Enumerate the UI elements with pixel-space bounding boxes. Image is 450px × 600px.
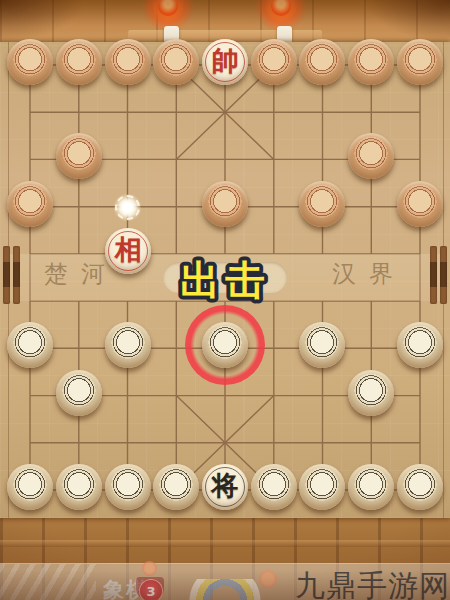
coin-icon — [259, 570, 277, 588]
piece-hidden-black-highlighted[interactable] — [202, 322, 248, 368]
piece-hidden-red[interactable] — [348, 133, 394, 179]
piece-hidden-black[interactable] — [105, 464, 151, 510]
piece-black-general[interactable]: 将 — [202, 464, 248, 510]
rainbow-emblem-icon — [183, 579, 267, 600]
piece-hidden-red[interactable] — [56, 133, 102, 179]
piece-glyph: 帥 — [202, 38, 248, 84]
piece-hidden-red[interactable] — [56, 39, 102, 85]
piece-hidden-red[interactable] — [153, 39, 199, 85]
piece-hidden-red[interactable] — [348, 39, 394, 85]
piece-hidden-red[interactable] — [299, 39, 345, 85]
piece-hidden-black[interactable] — [105, 322, 151, 368]
piece-glyph: 将 — [202, 463, 248, 509]
banner-text: 出击 — [180, 257, 270, 303]
piece-hidden-red[interactable] — [397, 181, 443, 227]
piece-hidden-black[interactable] — [348, 370, 394, 416]
edge-slat — [3, 246, 10, 304]
piece-hidden-red[interactable] — [105, 39, 151, 85]
piece-hidden-black[interactable] — [7, 322, 53, 368]
piece-hidden-red[interactable] — [7, 181, 53, 227]
edge-slat — [440, 246, 447, 304]
piece-hidden-black[interactable] — [397, 464, 443, 510]
piece-hidden-red[interactable] — [397, 39, 443, 85]
edge-slat — [13, 246, 20, 304]
piece-hidden-black[interactable] — [348, 464, 394, 510]
piece-hidden-black[interactable] — [299, 464, 345, 510]
hud-stripes — [0, 564, 96, 600]
piece-hidden-black[interactable] — [56, 370, 102, 416]
piece-hidden-black[interactable] — [56, 464, 102, 510]
piece-hidden-black[interactable] — [397, 322, 443, 368]
game-screen: 楚河 汉界 帥 相 将 — [0, 0, 450, 600]
piece-hidden-black[interactable] — [251, 464, 297, 510]
piece-hidden-black[interactable] — [153, 464, 199, 510]
piece-hidden-red[interactable] — [7, 39, 53, 85]
edge-slat — [430, 246, 437, 304]
piece-red-general[interactable]: 帥 — [202, 39, 248, 85]
site-watermark: 九鼎手游网 — [295, 566, 450, 600]
coin-icon — [142, 561, 157, 576]
piece-hidden-red[interactable] — [251, 39, 297, 85]
sparkle-effect-icon — [114, 194, 141, 221]
river-label-right: 汉界 — [332, 258, 406, 290]
rank-badge: 3 — [139, 579, 163, 600]
piece-hidden-red[interactable] — [299, 181, 345, 227]
piece-hidden-black[interactable] — [7, 464, 53, 510]
piece-hidden-red[interactable] — [202, 181, 248, 227]
attack-banner: 出击 — [115, 248, 335, 312]
piece-hidden-black[interactable] — [299, 322, 345, 368]
